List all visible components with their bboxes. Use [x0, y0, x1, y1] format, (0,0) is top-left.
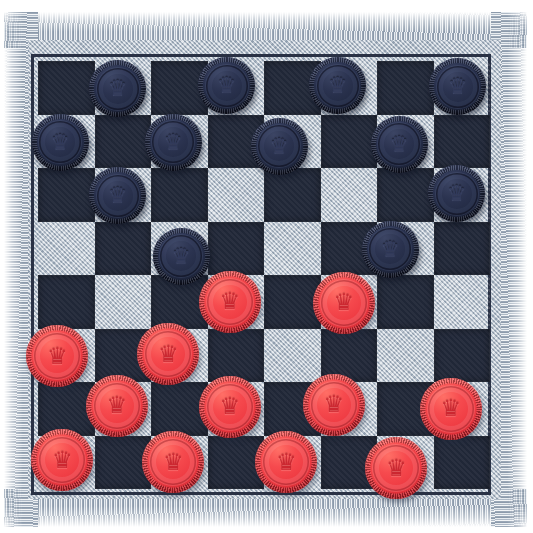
- crown-icon: ♛: [362, 221, 419, 278]
- board-square[interactable]: [95, 115, 152, 169]
- board-square[interactable]: [377, 275, 434, 329]
- crown-icon: ♛: [199, 271, 261, 333]
- checker-piece-red[interactable]: ♛: [86, 375, 148, 437]
- checker-piece-navy[interactable]: ♛: [309, 57, 366, 114]
- crown-icon: ♛: [420, 378, 482, 440]
- checker-piece-navy[interactable]: ♛: [428, 165, 485, 222]
- crown-icon: ♛: [429, 58, 486, 115]
- checker-piece-navy[interactable]: ♛: [32, 114, 89, 171]
- checker-piece-navy[interactable]: ♛: [89, 60, 146, 117]
- board-square[interactable]: [321, 168, 378, 222]
- crown-icon: ♛: [428, 165, 485, 222]
- checkers-mat-photo: ♛♛♛♛♛♛♛♛♛♛♛♛♛♛♛♛♛♛♛♛♛♛♛♛: [0, 0, 533, 533]
- crown-icon: ♛: [371, 116, 428, 173]
- checker-piece-navy[interactable]: ♛: [198, 57, 255, 114]
- board-square[interactable]: [377, 61, 434, 115]
- checker-piece-red[interactable]: ♛: [303, 374, 365, 436]
- crown-icon: ♛: [313, 272, 375, 334]
- crown-icon: ♛: [199, 376, 261, 438]
- checker-piece-red[interactable]: ♛: [255, 431, 317, 493]
- crown-icon: ♛: [32, 114, 89, 171]
- checker-piece-navy[interactable]: ♛: [371, 116, 428, 173]
- crown-icon: ♛: [26, 325, 88, 387]
- checker-piece-navy[interactable]: ♛: [145, 114, 202, 171]
- checker-piece-red[interactable]: ♛: [199, 271, 261, 333]
- crown-icon: ♛: [31, 429, 93, 491]
- board-square[interactable]: [321, 115, 378, 169]
- crown-icon: ♛: [145, 114, 202, 171]
- board-square[interactable]: [38, 168, 95, 222]
- board-square[interactable]: [38, 222, 95, 276]
- checker-piece-red[interactable]: ♛: [365, 437, 427, 499]
- checker-piece-navy[interactable]: ♛: [251, 118, 308, 175]
- board-square[interactable]: [377, 329, 434, 383]
- board-square[interactable]: [38, 61, 95, 115]
- checker-piece-red[interactable]: ♛: [420, 378, 482, 440]
- board-square[interactable]: [434, 115, 491, 169]
- crown-icon: ♛: [309, 57, 366, 114]
- crown-icon: ♛: [255, 431, 317, 493]
- board-square[interactable]: [434, 275, 491, 329]
- board-square[interactable]: [95, 222, 152, 276]
- checker-piece-navy[interactable]: ♛: [89, 167, 146, 224]
- board-square[interactable]: [208, 329, 265, 383]
- crown-icon: ♛: [365, 437, 427, 499]
- crown-icon: ♛: [142, 431, 204, 493]
- board-square[interactable]: [208, 168, 265, 222]
- board-square[interactable]: [151, 168, 208, 222]
- checker-piece-red[interactable]: ♛: [31, 429, 93, 491]
- crown-icon: ♛: [86, 375, 148, 437]
- checker-piece-red[interactable]: ♛: [199, 376, 261, 438]
- checker-piece-red[interactable]: ♛: [26, 325, 88, 387]
- board-square[interactable]: [377, 168, 434, 222]
- board-square[interactable]: [434, 329, 491, 383]
- crown-icon: ♛: [251, 118, 308, 175]
- checker-piece-navy[interactable]: ♛: [362, 221, 419, 278]
- board-square[interactable]: [38, 275, 95, 329]
- board-square[interactable]: [95, 275, 152, 329]
- crown-icon: ♛: [198, 57, 255, 114]
- board-square[interactable]: [434, 436, 491, 490]
- crown-icon: ♛: [89, 60, 146, 117]
- board-square[interactable]: [434, 222, 491, 276]
- board-square[interactable]: [264, 168, 321, 222]
- checker-piece-navy[interactable]: ♛: [429, 58, 486, 115]
- board-square[interactable]: [208, 222, 265, 276]
- checker-piece-red[interactable]: ♛: [142, 431, 204, 493]
- board-square[interactable]: [264, 222, 321, 276]
- crown-icon: ♛: [89, 167, 146, 224]
- crown-icon: ♛: [303, 374, 365, 436]
- checker-piece-red[interactable]: ♛: [313, 272, 375, 334]
